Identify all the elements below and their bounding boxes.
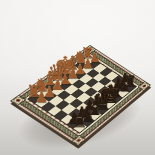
chess-piece-black-rook[interactable]: ♜ (72, 113, 87, 130)
product-photo-scene: ♜♞♝♛♚♝♞♜♟♟♟♟♟♟♟♟♟♟♟♟♟♟♟♟♜♞♝♛♚♝♞♜ (0, 0, 155, 155)
chess-piece-white-pawn[interactable]: ♟ (35, 90, 48, 105)
